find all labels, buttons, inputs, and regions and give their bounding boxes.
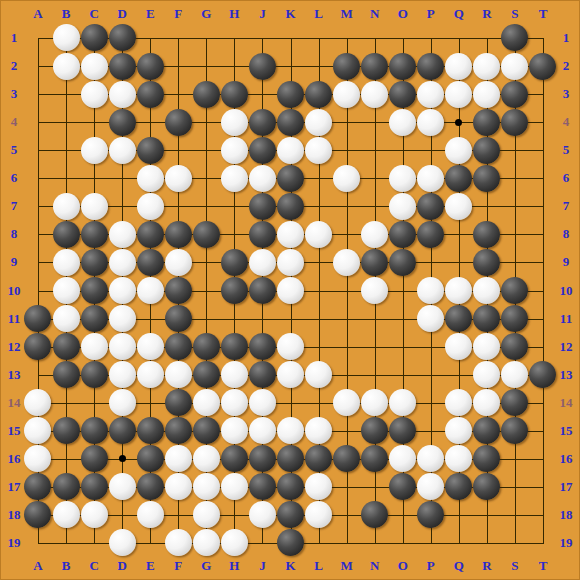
point-P3[interactable]: ○ — [417, 80, 445, 108]
point-K14[interactable] — [276, 389, 304, 417]
point-S14[interactable]: ● — [501, 389, 529, 417]
point-F11[interactable]: ● — [164, 305, 192, 333]
point-J19[interactable] — [248, 529, 276, 557]
point-Q12[interactable]: ○ — [445, 333, 473, 361]
point-O1[interactable] — [389, 24, 417, 52]
point-K11[interactable] — [276, 305, 304, 333]
point-N10[interactable]: ○ — [361, 276, 389, 304]
point-B10[interactable]: ○ — [52, 276, 80, 304]
point-O19[interactable] — [389, 529, 417, 557]
point-C16[interactable]: ● — [80, 445, 108, 473]
point-A13[interactable] — [24, 361, 52, 389]
point-P13[interactable] — [417, 361, 445, 389]
point-N19[interactable] — [361, 529, 389, 557]
point-J10[interactable]: ● — [248, 276, 276, 304]
point-O3[interactable]: ● — [389, 80, 417, 108]
point-J1[interactable] — [248, 24, 276, 52]
point-C18[interactable]: ○ — [80, 501, 108, 529]
point-L19[interactable] — [305, 529, 333, 557]
point-P18[interactable]: ● — [417, 501, 445, 529]
point-S11[interactable]: ● — [501, 305, 529, 333]
point-G4[interactable] — [192, 108, 220, 136]
point-E13[interactable]: ○ — [136, 361, 164, 389]
point-B9[interactable]: ○ — [52, 248, 80, 276]
point-S18[interactable] — [501, 501, 529, 529]
point-C14[interactable] — [80, 389, 108, 417]
point-G2[interactable] — [192, 52, 220, 80]
point-D12[interactable]: ○ — [108, 333, 136, 361]
point-T9[interactable] — [529, 248, 557, 276]
point-H13[interactable]: ○ — [220, 361, 248, 389]
point-Q10[interactable]: ○ — [445, 276, 473, 304]
point-O16[interactable]: ○ — [389, 445, 417, 473]
point-F8[interactable]: ● — [164, 220, 192, 248]
point-T14[interactable] — [529, 389, 557, 417]
point-P9[interactable] — [417, 248, 445, 276]
point-O10[interactable] — [389, 276, 417, 304]
point-C13[interactable]: ● — [80, 361, 108, 389]
point-F14[interactable]: ● — [164, 389, 192, 417]
point-M11[interactable] — [333, 305, 361, 333]
point-G11[interactable] — [192, 305, 220, 333]
point-S5[interactable] — [501, 136, 529, 164]
point-L17[interactable]: ○ — [305, 473, 333, 501]
point-S13[interactable]: ○ — [501, 361, 529, 389]
point-O9[interactable]: ● — [389, 248, 417, 276]
point-F12[interactable]: ● — [164, 333, 192, 361]
point-A1[interactable] — [24, 24, 52, 52]
point-N4[interactable] — [361, 108, 389, 136]
point-F6[interactable]: ○ — [164, 164, 192, 192]
point-D13[interactable]: ○ — [108, 361, 136, 389]
point-Q2[interactable]: ○ — [445, 52, 473, 80]
point-E6[interactable]: ○ — [136, 164, 164, 192]
point-G18[interactable]: ○ — [192, 501, 220, 529]
point-F16[interactable]: ○ — [164, 445, 192, 473]
point-G13[interactable]: ● — [192, 361, 220, 389]
point-T15[interactable] — [529, 417, 557, 445]
point-H17[interactable]: ○ — [220, 473, 248, 501]
point-R4[interactable]: ● — [473, 108, 501, 136]
point-K6[interactable]: ● — [276, 164, 304, 192]
point-C12[interactable]: ○ — [80, 333, 108, 361]
point-E18[interactable]: ○ — [136, 501, 164, 529]
point-R7[interactable] — [473, 192, 501, 220]
point-P7[interactable]: ● — [417, 192, 445, 220]
point-J2[interactable]: ● — [248, 52, 276, 80]
point-K1[interactable] — [276, 24, 304, 52]
point-L9[interactable] — [305, 248, 333, 276]
point-F4[interactable]: ● — [164, 108, 192, 136]
point-B17[interactable]: ● — [52, 473, 80, 501]
point-C15[interactable]: ● — [80, 417, 108, 445]
point-R15[interactable]: ● — [473, 417, 501, 445]
point-O13[interactable] — [389, 361, 417, 389]
point-G9[interactable] — [192, 248, 220, 276]
point-D4[interactable]: ● — [108, 108, 136, 136]
point-Q6[interactable]: ● — [445, 164, 473, 192]
point-E7[interactable]: ○ — [136, 192, 164, 220]
point-O5[interactable] — [389, 136, 417, 164]
point-O7[interactable]: ○ — [389, 192, 417, 220]
point-K10[interactable]: ○ — [276, 276, 304, 304]
point-J13[interactable]: ● — [248, 361, 276, 389]
point-R1[interactable] — [473, 24, 501, 52]
point-M18[interactable] — [333, 501, 361, 529]
point-A2[interactable] — [24, 52, 52, 80]
point-O11[interactable] — [389, 305, 417, 333]
point-R5[interactable]: ● — [473, 136, 501, 164]
point-B3[interactable] — [52, 80, 80, 108]
point-E19[interactable] — [136, 529, 164, 557]
point-B7[interactable]: ○ — [52, 192, 80, 220]
point-H7[interactable] — [220, 192, 248, 220]
point-G7[interactable] — [192, 192, 220, 220]
point-A16[interactable]: ○ — [24, 445, 52, 473]
point-S8[interactable] — [501, 220, 529, 248]
point-B2[interactable]: ○ — [52, 52, 80, 80]
point-E4[interactable] — [136, 108, 164, 136]
point-O15[interactable]: ● — [389, 417, 417, 445]
point-J5[interactable]: ● — [248, 136, 276, 164]
point-F3[interactable] — [164, 80, 192, 108]
point-L12[interactable] — [305, 333, 333, 361]
point-G14[interactable]: ○ — [192, 389, 220, 417]
point-N18[interactable]: ● — [361, 501, 389, 529]
point-D2[interactable]: ● — [108, 52, 136, 80]
point-D9[interactable]: ○ — [108, 248, 136, 276]
point-M19[interactable] — [333, 529, 361, 557]
point-M14[interactable]: ○ — [333, 389, 361, 417]
point-R9[interactable]: ● — [473, 248, 501, 276]
point-D18[interactable] — [108, 501, 136, 529]
point-A12[interactable]: ● — [24, 333, 52, 361]
point-F2[interactable] — [164, 52, 192, 80]
point-D1[interactable]: ● — [108, 24, 136, 52]
point-L18[interactable]: ○ — [305, 501, 333, 529]
point-E14[interactable] — [136, 389, 164, 417]
point-P15[interactable] — [417, 417, 445, 445]
point-S19[interactable] — [501, 529, 529, 557]
point-E10[interactable]: ○ — [136, 276, 164, 304]
point-N2[interactable]: ● — [361, 52, 389, 80]
point-T16[interactable] — [529, 445, 557, 473]
point-D10[interactable]: ○ — [108, 276, 136, 304]
point-A18[interactable]: ● — [24, 501, 52, 529]
point-K17[interactable]: ● — [276, 473, 304, 501]
point-E17[interactable]: ● — [136, 473, 164, 501]
point-B4[interactable] — [52, 108, 80, 136]
point-F17[interactable]: ○ — [164, 473, 192, 501]
point-C17[interactable]: ● — [80, 473, 108, 501]
point-C19[interactable] — [80, 529, 108, 557]
point-H1[interactable] — [220, 24, 248, 52]
point-B13[interactable]: ● — [52, 361, 80, 389]
point-Q14[interactable]: ○ — [445, 389, 473, 417]
point-T10[interactable] — [529, 276, 557, 304]
point-C9[interactable]: ● — [80, 248, 108, 276]
point-A15[interactable]: ○ — [24, 417, 52, 445]
point-R18[interactable] — [473, 501, 501, 529]
point-C6[interactable] — [80, 164, 108, 192]
point-N16[interactable]: ● — [361, 445, 389, 473]
point-M6[interactable]: ○ — [333, 164, 361, 192]
point-T2[interactable]: ● — [529, 52, 557, 80]
point-L13[interactable]: ○ — [305, 361, 333, 389]
point-J18[interactable]: ○ — [248, 501, 276, 529]
point-K19[interactable]: ● — [276, 529, 304, 557]
point-L7[interactable] — [305, 192, 333, 220]
point-L8[interactable]: ○ — [305, 220, 333, 248]
point-P6[interactable]: ○ — [417, 164, 445, 192]
point-M10[interactable] — [333, 276, 361, 304]
point-S10[interactable]: ● — [501, 276, 529, 304]
point-C4[interactable] — [80, 108, 108, 136]
point-A10[interactable] — [24, 276, 52, 304]
point-P16[interactable]: ○ — [417, 445, 445, 473]
point-B8[interactable]: ● — [52, 220, 80, 248]
point-G1[interactable] — [192, 24, 220, 52]
point-H9[interactable]: ● — [220, 248, 248, 276]
point-J9[interactable]: ○ — [248, 248, 276, 276]
point-K15[interactable]: ○ — [276, 417, 304, 445]
point-B11[interactable]: ○ — [52, 305, 80, 333]
point-F15[interactable]: ● — [164, 417, 192, 445]
point-N8[interactable]: ○ — [361, 220, 389, 248]
point-Q17[interactable]: ● — [445, 473, 473, 501]
point-D11[interactable]: ○ — [108, 305, 136, 333]
point-Q5[interactable]: ○ — [445, 136, 473, 164]
point-A14[interactable]: ○ — [24, 389, 52, 417]
point-L15[interactable]: ○ — [305, 417, 333, 445]
point-O4[interactable]: ○ — [389, 108, 417, 136]
point-D5[interactable]: ○ — [108, 136, 136, 164]
point-N15[interactable]: ● — [361, 417, 389, 445]
point-A19[interactable] — [24, 529, 52, 557]
point-A11[interactable]: ● — [24, 305, 52, 333]
point-P12[interactable] — [417, 333, 445, 361]
point-G15[interactable]: ● — [192, 417, 220, 445]
point-H4[interactable]: ○ — [220, 108, 248, 136]
point-H12[interactable]: ● — [220, 333, 248, 361]
point-G17[interactable]: ○ — [192, 473, 220, 501]
point-J7[interactable]: ● — [248, 192, 276, 220]
point-C2[interactable]: ○ — [80, 52, 108, 80]
point-L1[interactable] — [305, 24, 333, 52]
point-P4[interactable]: ○ — [417, 108, 445, 136]
point-Q4[interactable] — [445, 108, 473, 136]
point-T7[interactable] — [529, 192, 557, 220]
point-H18[interactable] — [220, 501, 248, 529]
point-L10[interactable] — [305, 276, 333, 304]
point-J14[interactable]: ○ — [248, 389, 276, 417]
point-R8[interactable]: ● — [473, 220, 501, 248]
point-K18[interactable]: ● — [276, 501, 304, 529]
point-M3[interactable]: ○ — [333, 80, 361, 108]
point-N5[interactable] — [361, 136, 389, 164]
point-K5[interactable]: ○ — [276, 136, 304, 164]
point-E2[interactable]: ● — [136, 52, 164, 80]
point-T18[interactable] — [529, 501, 557, 529]
point-Q9[interactable] — [445, 248, 473, 276]
point-A4[interactable] — [24, 108, 52, 136]
point-M2[interactable]: ● — [333, 52, 361, 80]
point-N6[interactable] — [361, 164, 389, 192]
point-B18[interactable]: ○ — [52, 501, 80, 529]
point-T13[interactable]: ● — [529, 361, 557, 389]
point-A3[interactable] — [24, 80, 52, 108]
point-P19[interactable] — [417, 529, 445, 557]
point-Q15[interactable]: ○ — [445, 417, 473, 445]
point-M9[interactable]: ○ — [333, 248, 361, 276]
point-G5[interactable] — [192, 136, 220, 164]
point-M8[interactable] — [333, 220, 361, 248]
point-S16[interactable] — [501, 445, 529, 473]
point-T6[interactable] — [529, 164, 557, 192]
point-F1[interactable] — [164, 24, 192, 52]
point-K16[interactable]: ● — [276, 445, 304, 473]
point-M16[interactable]: ● — [333, 445, 361, 473]
point-N13[interactable] — [361, 361, 389, 389]
point-T19[interactable] — [529, 529, 557, 557]
point-F10[interactable]: ● — [164, 276, 192, 304]
point-B15[interactable]: ● — [52, 417, 80, 445]
point-F13[interactable]: ○ — [164, 361, 192, 389]
point-G10[interactable] — [192, 276, 220, 304]
point-A6[interactable] — [24, 164, 52, 192]
point-E12[interactable]: ○ — [136, 333, 164, 361]
point-D7[interactable] — [108, 192, 136, 220]
point-E9[interactable]: ● — [136, 248, 164, 276]
point-B14[interactable] — [52, 389, 80, 417]
point-D16[interactable] — [108, 445, 136, 473]
point-N9[interactable]: ● — [361, 248, 389, 276]
point-C11[interactable]: ● — [80, 305, 108, 333]
point-H15[interactable]: ○ — [220, 417, 248, 445]
point-F9[interactable]: ○ — [164, 248, 192, 276]
point-G6[interactable] — [192, 164, 220, 192]
point-O2[interactable]: ● — [389, 52, 417, 80]
point-B12[interactable]: ● — [52, 333, 80, 361]
point-S4[interactable]: ● — [501, 108, 529, 136]
point-K9[interactable]: ○ — [276, 248, 304, 276]
point-M12[interactable] — [333, 333, 361, 361]
point-D19[interactable]: ○ — [108, 529, 136, 557]
point-L4[interactable]: ○ — [305, 108, 333, 136]
point-D17[interactable]: ○ — [108, 473, 136, 501]
point-C10[interactable]: ● — [80, 276, 108, 304]
point-J6[interactable]: ○ — [248, 164, 276, 192]
point-H16[interactable]: ● — [220, 445, 248, 473]
point-R14[interactable]: ○ — [473, 389, 501, 417]
point-B19[interactable] — [52, 529, 80, 557]
point-S7[interactable] — [501, 192, 529, 220]
point-J12[interactable]: ● — [248, 333, 276, 361]
point-P2[interactable]: ● — [417, 52, 445, 80]
point-L16[interactable]: ● — [305, 445, 333, 473]
point-Q3[interactable]: ○ — [445, 80, 473, 108]
point-Q11[interactable]: ● — [445, 305, 473, 333]
point-M17[interactable] — [333, 473, 361, 501]
point-J15[interactable]: ○ — [248, 417, 276, 445]
point-K12[interactable]: ○ — [276, 333, 304, 361]
point-B5[interactable] — [52, 136, 80, 164]
point-P11[interactable]: ○ — [417, 305, 445, 333]
point-S9[interactable] — [501, 248, 529, 276]
point-O6[interactable]: ○ — [389, 164, 417, 192]
point-T17[interactable] — [529, 473, 557, 501]
point-G3[interactable]: ● — [192, 80, 220, 108]
point-T3[interactable] — [529, 80, 557, 108]
point-Q13[interactable] — [445, 361, 473, 389]
point-R13[interactable]: ○ — [473, 361, 501, 389]
point-J8[interactable]: ● — [248, 220, 276, 248]
point-B16[interactable] — [52, 445, 80, 473]
point-L3[interactable]: ● — [305, 80, 333, 108]
point-A17[interactable]: ● — [24, 473, 52, 501]
point-G16[interactable]: ○ — [192, 445, 220, 473]
point-C7[interactable]: ○ — [80, 192, 108, 220]
point-N17[interactable] — [361, 473, 389, 501]
point-S6[interactable] — [501, 164, 529, 192]
point-M15[interactable] — [333, 417, 361, 445]
point-R2[interactable]: ○ — [473, 52, 501, 80]
point-P8[interactable]: ● — [417, 220, 445, 248]
point-Q19[interactable] — [445, 529, 473, 557]
point-J3[interactable] — [248, 80, 276, 108]
point-O14[interactable]: ○ — [389, 389, 417, 417]
point-R17[interactable]: ● — [473, 473, 501, 501]
point-H2[interactable] — [220, 52, 248, 80]
point-E5[interactable]: ● — [136, 136, 164, 164]
point-J17[interactable]: ● — [248, 473, 276, 501]
point-R12[interactable]: ○ — [473, 333, 501, 361]
point-P14[interactable] — [417, 389, 445, 417]
point-T1[interactable] — [529, 24, 557, 52]
point-N11[interactable] — [361, 305, 389, 333]
point-R3[interactable]: ○ — [473, 80, 501, 108]
point-K2[interactable] — [276, 52, 304, 80]
point-J4[interactable]: ● — [248, 108, 276, 136]
point-C1[interactable]: ● — [80, 24, 108, 52]
point-H6[interactable]: ○ — [220, 164, 248, 192]
point-H11[interactable] — [220, 305, 248, 333]
point-E16[interactable]: ● — [136, 445, 164, 473]
point-P17[interactable]: ○ — [417, 473, 445, 501]
point-M7[interactable] — [333, 192, 361, 220]
point-Q1[interactable] — [445, 24, 473, 52]
point-F18[interactable] — [164, 501, 192, 529]
point-S15[interactable]: ● — [501, 417, 529, 445]
point-G8[interactable]: ● — [192, 220, 220, 248]
point-R10[interactable]: ○ — [473, 276, 501, 304]
point-H8[interactable] — [220, 220, 248, 248]
point-B1[interactable]: ○ — [52, 24, 80, 52]
point-F19[interactable]: ○ — [164, 529, 192, 557]
point-K3[interactable]: ● — [276, 80, 304, 108]
point-L11[interactable] — [305, 305, 333, 333]
point-L14[interactable] — [305, 389, 333, 417]
point-H14[interactable]: ○ — [220, 389, 248, 417]
point-T11[interactable] — [529, 305, 557, 333]
point-D3[interactable]: ○ — [108, 80, 136, 108]
point-N1[interactable] — [361, 24, 389, 52]
point-F5[interactable] — [164, 136, 192, 164]
point-N3[interactable]: ○ — [361, 80, 389, 108]
point-M1[interactable] — [333, 24, 361, 52]
point-O8[interactable]: ● — [389, 220, 417, 248]
point-M4[interactable] — [333, 108, 361, 136]
